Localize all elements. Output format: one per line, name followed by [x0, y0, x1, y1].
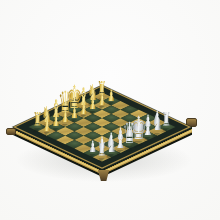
silver-knight-piece: ♞ [106, 133, 117, 155]
silver-rook-piece: ♜ [161, 109, 171, 129]
silver-pawn-piece: ♟ [89, 139, 97, 155]
gold-pawn-piece: ♟ [52, 113, 60, 129]
gold-pawn-piece: ♟ [98, 91, 106, 107]
gold-pawn-piece: ♟ [43, 117, 51, 133]
gold-pawn-piece: ♟ [89, 95, 97, 111]
gold-pawn-piece: ♟ [61, 108, 69, 124]
brass-foot-left [6, 128, 16, 135]
silver-rook-piece: ♜ [97, 140, 107, 160]
chess-set-photo: ♜♜♟♟♟♟♜♜♞♞♟♟♟♟♞♞♝♝♟♟♟♟♝♝♚♚♟♟♟♟♚♚♛♛♟♟♟♟♛♛… [0, 0, 220, 220]
gold-pawn-piece: ♟ [107, 87, 115, 103]
gold-rook-piece: ♜ [33, 109, 43, 129]
gold-pawn-piece: ♟ [80, 100, 88, 116]
gold-pawn-piece: ♟ [70, 104, 78, 120]
